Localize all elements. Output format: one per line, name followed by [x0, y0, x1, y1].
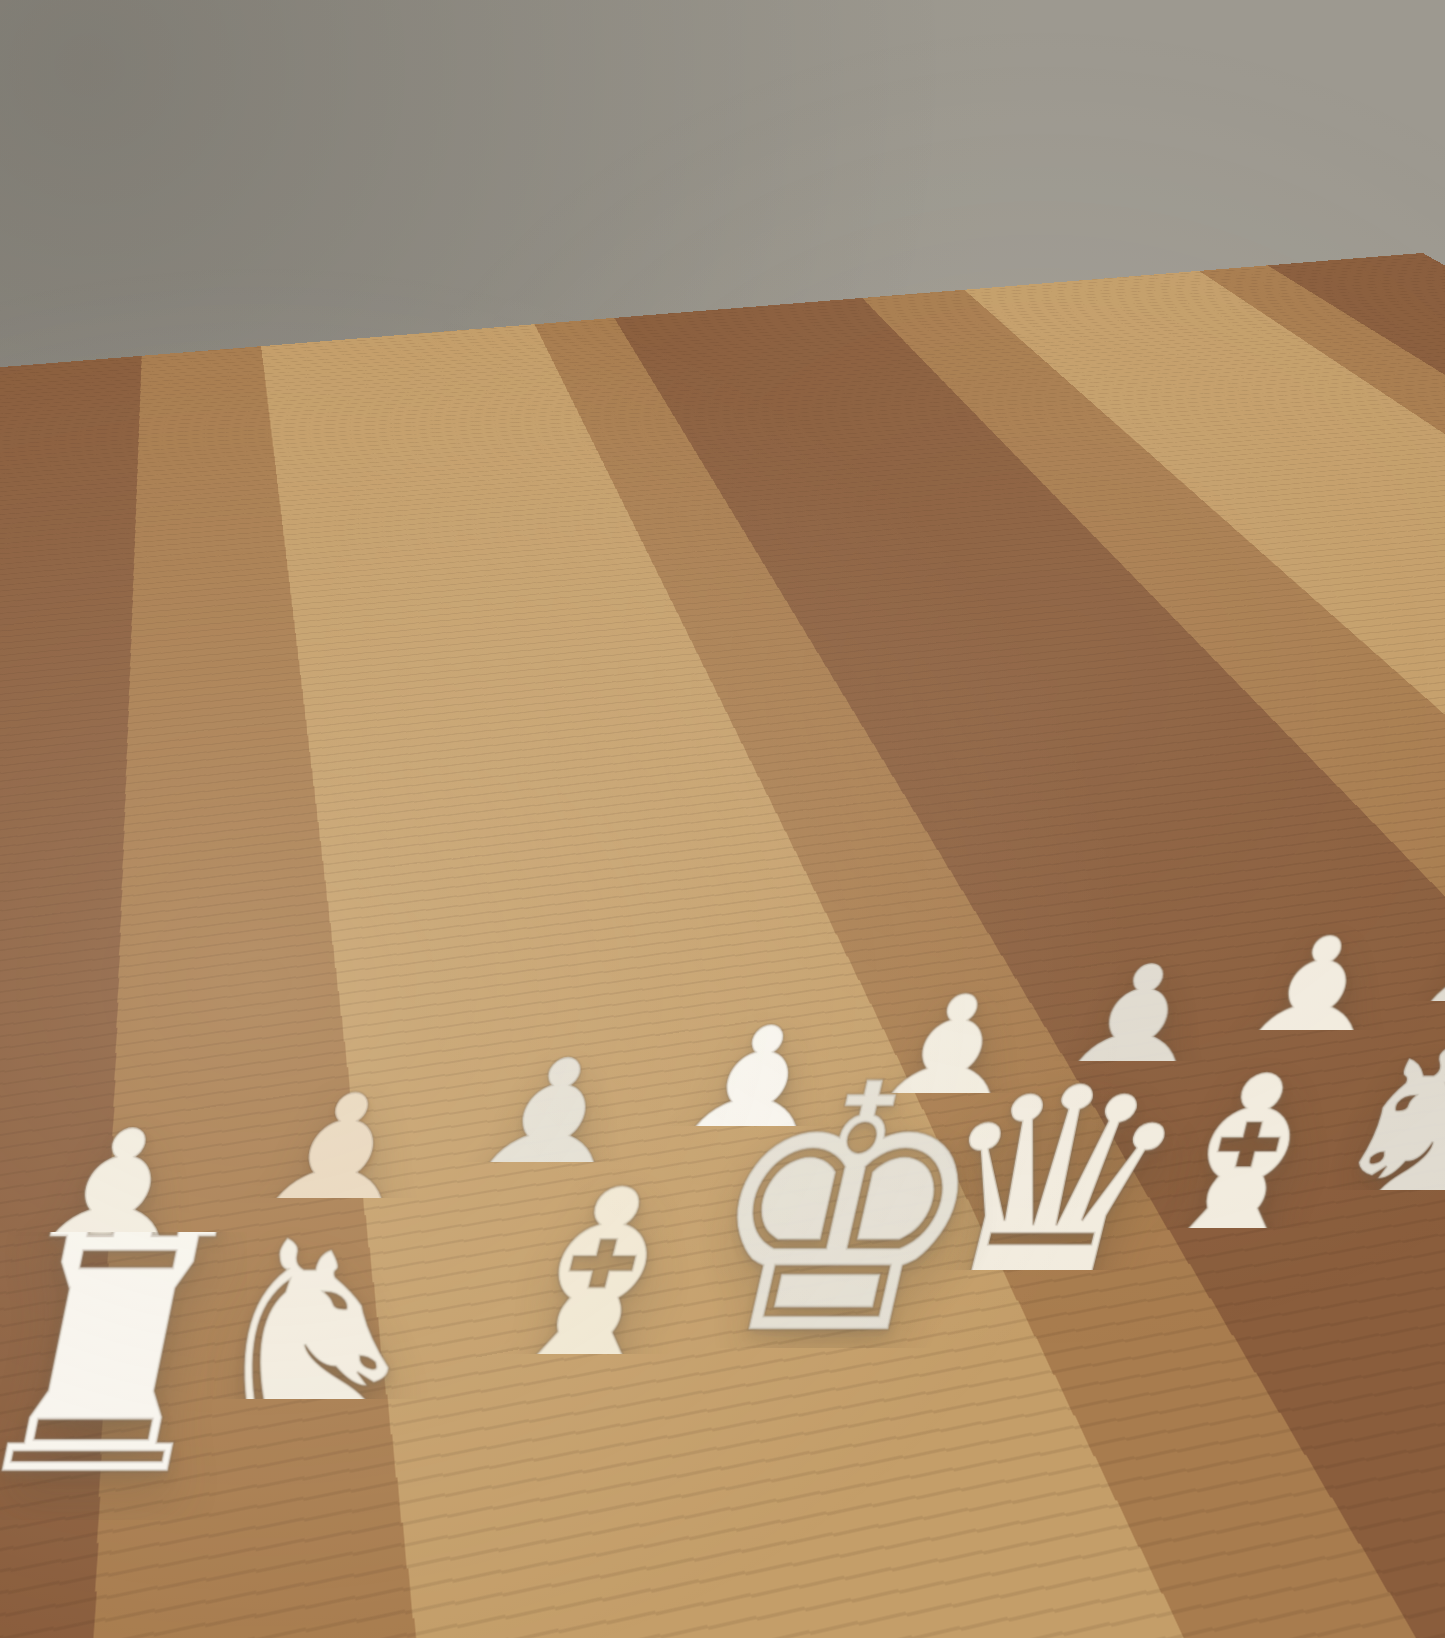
- photo-scene: ♟♟♟♟♟♟♟♟♜♞♝♚♛♝♞♜: [0, 0, 1445, 1638]
- perspective-viewport: ♟♟♟♟♟♟♟♟♜♞♝♚♛♝♞♜: [0, 0, 1445, 1638]
